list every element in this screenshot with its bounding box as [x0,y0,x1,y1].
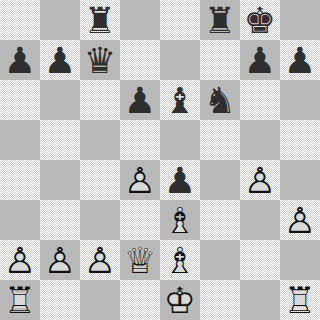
piece-white-queen: ♕ [120,240,160,280]
square-f8[interactable]: ♜ [200,0,240,40]
square-a4[interactable] [0,160,40,200]
square-g6[interactable] [240,80,280,120]
piece-white-pawn: ♙ [40,240,80,280]
square-e2[interactable]: ♝♗ [160,240,200,280]
square-d5[interactable] [120,120,160,160]
piece-black-pawn: ♟ [240,40,280,80]
piece-black-bishop: ♝ [160,80,200,120]
square-f5[interactable] [200,120,240,160]
square-a8[interactable] [0,0,40,40]
square-b8[interactable] [40,0,80,40]
piece-white-pawn: ♙ [280,200,320,240]
square-a5[interactable] [0,120,40,160]
square-b5[interactable] [40,120,80,160]
piece-white-pawn-fill: ♟ [0,240,40,280]
square-h7[interactable]: ♟ [280,40,320,80]
piece-white-queen-fill: ♛ [120,240,160,280]
square-c2[interactable]: ♟♙ [80,240,120,280]
square-c7[interactable]: ♛ [80,40,120,80]
piece-white-pawn-fill: ♟ [120,160,160,200]
piece-white-pawn-fill: ♟ [80,240,120,280]
square-h4[interactable] [280,160,320,200]
square-h3[interactable]: ♟♙ [280,200,320,240]
piece-white-pawn-fill: ♟ [280,200,320,240]
square-d1[interactable] [120,280,160,320]
square-d4[interactable]: ♟♙ [120,160,160,200]
square-e6[interactable]: ♝ [160,80,200,120]
square-g7[interactable]: ♟ [240,40,280,80]
square-e8[interactable] [160,0,200,40]
square-c8[interactable]: ♜ [80,0,120,40]
piece-black-pawn: ♟ [280,40,320,80]
square-c1[interactable] [80,280,120,320]
square-a2[interactable]: ♟♙ [0,240,40,280]
piece-white-king-fill: ♚ [160,280,200,320]
square-c6[interactable] [80,80,120,120]
square-b7[interactable]: ♟ [40,40,80,80]
square-d2[interactable]: ♛♕ [120,240,160,280]
piece-white-pawn: ♙ [120,160,160,200]
square-h6[interactable] [280,80,320,120]
square-b3[interactable] [40,200,80,240]
square-b4[interactable] [40,160,80,200]
square-b2[interactable]: ♟♙ [40,240,80,280]
piece-white-pawn-fill: ♟ [240,160,280,200]
square-b1[interactable] [40,280,80,320]
square-a1[interactable]: ♜♖ [0,280,40,320]
piece-white-bishop-fill: ♝ [160,200,200,240]
square-f4[interactable] [200,160,240,200]
square-d6[interactable]: ♟ [120,80,160,120]
square-b6[interactable] [40,80,80,120]
square-c3[interactable] [80,200,120,240]
square-g3[interactable] [240,200,280,240]
piece-white-bishop: ♗ [160,240,200,280]
piece-black-queen: ♛ [80,40,120,80]
square-d3[interactable] [120,200,160,240]
piece-white-pawn: ♙ [80,240,120,280]
square-h8[interactable] [280,0,320,40]
piece-white-king: ♔ [160,280,200,320]
piece-black-pawn: ♟ [120,80,160,120]
square-a6[interactable] [0,80,40,120]
piece-white-rook-fill: ♜ [0,280,40,320]
square-f2[interactable] [200,240,240,280]
piece-white-bishop: ♗ [160,200,200,240]
square-h1[interactable]: ♜♖ [280,280,320,320]
square-f6[interactable]: ♞ [200,80,240,120]
piece-white-pawn: ♙ [0,240,40,280]
piece-black-rook: ♜ [200,0,240,40]
piece-white-bishop-fill: ♝ [160,240,200,280]
square-c5[interactable] [80,120,120,160]
square-f7[interactable] [200,40,240,80]
square-d8[interactable] [120,0,160,40]
square-f3[interactable] [200,200,240,240]
square-h2[interactable] [280,240,320,280]
square-g8[interactable]: ♚ [240,0,280,40]
chess-board: ♜♜♚♟♟♛♟♟♟♝♞♟♙♟♟♙♝♗♟♙♟♙♟♙♟♙♛♕♝♗♜♖♚♔♜♖ [0,0,320,320]
piece-black-rook: ♜ [80,0,120,40]
piece-white-rook: ♖ [0,280,40,320]
piece-black-pawn: ♟ [160,160,200,200]
square-c4[interactable] [80,160,120,200]
square-a7[interactable]: ♟ [0,40,40,80]
piece-white-rook: ♖ [280,280,320,320]
piece-black-king: ♚ [240,0,280,40]
square-f1[interactable] [200,280,240,320]
piece-white-pawn: ♙ [240,160,280,200]
piece-white-rook-fill: ♜ [280,280,320,320]
square-e3[interactable]: ♝♗ [160,200,200,240]
square-e4[interactable]: ♟ [160,160,200,200]
square-g5[interactable] [240,120,280,160]
square-e1[interactable]: ♚♔ [160,280,200,320]
square-g4[interactable]: ♟♙ [240,160,280,200]
piece-black-knight: ♞ [200,80,240,120]
square-g1[interactable] [240,280,280,320]
square-e7[interactable] [160,40,200,80]
piece-black-pawn: ♟ [0,40,40,80]
square-e5[interactable] [160,120,200,160]
square-d7[interactable] [120,40,160,80]
square-h5[interactable] [280,120,320,160]
piece-white-pawn-fill: ♟ [40,240,80,280]
square-a3[interactable] [0,200,40,240]
piece-black-pawn: ♟ [40,40,80,80]
square-g2[interactable] [240,240,280,280]
